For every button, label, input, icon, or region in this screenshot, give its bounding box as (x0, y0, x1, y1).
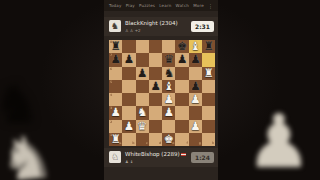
square-e7[interactable]: ♛ (162, 53, 175, 66)
player-country-flag-icon (181, 153, 186, 157)
white-bishop[interactable]: ♝ (162, 80, 175, 93)
nav-item-more[interactable]: More (193, 3, 204, 8)
video-frame: ♞ ♞ ♟ TodayPlayPuzzlesLearnWatchMore⋮ ♞ … (0, 0, 320, 180)
square-f4[interactable] (175, 93, 188, 106)
square-c2[interactable]: ♛ (136, 120, 149, 133)
square-g7[interactable]: ♟ (189, 53, 202, 66)
square-d8[interactable] (149, 40, 162, 53)
file-label-g: g (199, 142, 201, 145)
file-label-d: d (159, 142, 161, 145)
square-f6[interactable] (175, 67, 188, 80)
nav-item-puzzles[interactable]: Puzzles (139, 3, 155, 8)
square-b2[interactable]: ♟ (122, 120, 135, 133)
square-b6[interactable] (122, 67, 135, 80)
white-rook[interactable]: ♜ (202, 67, 215, 80)
square-a3[interactable]: 3♟ (109, 106, 122, 119)
square-c1[interactable]: c (136, 133, 149, 146)
black-rook[interactable]: ♜ (109, 40, 122, 53)
square-d5[interactable]: ♟ (149, 80, 162, 93)
square-a6[interactable]: 6 (109, 67, 122, 80)
white-pawn[interactable]: ♟ (162, 106, 175, 119)
square-h1[interactable]: h (202, 133, 215, 146)
square-b5[interactable] (122, 80, 135, 93)
square-a1[interactable]: 1a♜ (109, 133, 122, 146)
square-f5[interactable] (175, 80, 188, 93)
square-c6[interactable]: ♟ (136, 67, 149, 80)
square-h8[interactable]: ♜ (202, 40, 215, 53)
white-pawn[interactable]: ♟ (109, 106, 122, 119)
player-clock: 1:24 (191, 152, 214, 163)
square-h2[interactable] (202, 120, 215, 133)
black-pawn[interactable]: ♟ (189, 80, 202, 93)
opponent-clock: 2:31 (191, 21, 214, 32)
black-pawn[interactable]: ♟ (109, 53, 122, 66)
square-h4[interactable] (202, 93, 215, 106)
black-pawn[interactable]: ♟ (149, 80, 162, 93)
white-king[interactable]: ♚ (162, 133, 175, 146)
white-pawn[interactable]: ♟ (122, 120, 135, 133)
background-white-knight-icon: ♞ (0, 125, 57, 180)
white-rook[interactable]: ♜ (109, 133, 122, 146)
nav-item-play[interactable]: Play (126, 3, 135, 8)
white-pawn[interactable]: ♟ (189, 93, 202, 106)
opponent-player-bar: ♞ BlackKnight (2304) ♙ ♙ +2 2:31 (104, 17, 218, 36)
square-a2[interactable]: 2 (109, 120, 122, 133)
square-f7[interactable]: ♟ (175, 53, 188, 66)
nav-item-watch[interactable]: Watch (176, 3, 189, 8)
square-a7[interactable]: 7♟ (109, 53, 122, 66)
black-king[interactable]: ♚ (175, 40, 188, 53)
white-queen[interactable]: ♛ (136, 120, 149, 133)
nav-item-learn[interactable]: Learn (159, 3, 171, 8)
file-label-h: h (212, 142, 214, 145)
chess-app-window: TodayPlayPuzzlesLearnWatchMore⋮ ♞ BlackK… (104, 0, 218, 180)
white-pawn[interactable]: ♟ (189, 120, 202, 133)
square-e1[interactable]: e♚ (162, 133, 175, 146)
square-d7[interactable] (149, 53, 162, 66)
square-f8[interactable]: ♚ (175, 40, 188, 53)
square-g8[interactable]: ♝ (189, 40, 202, 53)
square-g3[interactable] (189, 106, 202, 119)
square-e6[interactable]: ♞ (162, 67, 175, 80)
black-pawn[interactable]: ♟ (175, 53, 188, 66)
square-b7[interactable]: ♟ (122, 53, 135, 66)
square-h5[interactable] (202, 80, 215, 93)
square-b3[interactable] (122, 106, 135, 119)
nav-overflow-icon[interactable]: ⋮ (208, 3, 213, 9)
rank-label-2: 2 (110, 121, 112, 124)
square-h7[interactable] (202, 53, 215, 66)
file-label-b: b (132, 142, 134, 145)
square-b8[interactable] (122, 40, 135, 53)
square-e3[interactable]: ♟ (162, 106, 175, 119)
square-h3[interactable] (202, 106, 215, 119)
square-a4[interactable]: 4 (109, 93, 122, 106)
white-bishop[interactable]: ♝ (189, 40, 202, 53)
opponent-avatar[interactable]: ♞ (109, 20, 121, 32)
player-captured-pieces: ♟ ♝ (125, 159, 133, 164)
square-a8[interactable]: 8♜ (109, 40, 122, 53)
square-f1[interactable]: f (175, 133, 188, 146)
square-b4[interactable] (122, 93, 135, 106)
square-g2[interactable]: ♟ (189, 120, 202, 133)
white-knight[interactable]: ♞ (136, 106, 149, 119)
square-f3[interactable] (175, 106, 188, 119)
black-rook[interactable]: ♜ (202, 40, 215, 53)
square-g1[interactable]: g (189, 133, 202, 146)
square-d1[interactable]: d (149, 133, 162, 146)
black-pawn[interactable]: ♟ (136, 67, 149, 80)
square-g5[interactable]: ♟ (189, 80, 202, 93)
player-name-text: WhiteBishop (2289) (125, 151, 180, 157)
square-e8[interactable] (162, 40, 175, 53)
square-b1[interactable]: b (122, 133, 135, 146)
black-pawn[interactable]: ♟ (189, 53, 202, 66)
rank-label-5: 5 (110, 81, 112, 84)
black-pawn[interactable]: ♟ (122, 53, 135, 66)
square-c8[interactable] (136, 40, 149, 53)
square-c7[interactable] (136, 53, 149, 66)
square-c4[interactable] (136, 93, 149, 106)
black-queen[interactable]: ♛ (162, 53, 175, 66)
square-c5[interactable] (136, 80, 149, 93)
file-label-f: f (186, 142, 187, 145)
rank-label-4: 4 (110, 94, 112, 97)
square-f2[interactable] (175, 120, 188, 133)
square-e5[interactable]: ♝ (162, 80, 175, 93)
square-d2[interactable] (149, 120, 162, 133)
player-name[interactable]: WhiteBishop (2289) (125, 151, 186, 157)
square-d3[interactable] (149, 106, 162, 119)
square-g6[interactable] (189, 67, 202, 80)
chess-board[interactable]: 8♜♚♝♜7♟♟♛♟♟6♟♞♜5♟♝♟4♟♟3♟♞♟2♟♛♟1a♜bcde♚fg… (109, 40, 215, 146)
top-nav-bar: TodayPlayPuzzlesLearnWatchMore⋮ (104, 0, 218, 11)
black-knight[interactable]: ♞ (162, 67, 175, 80)
player-avatar[interactable]: ♘ (109, 151, 121, 163)
square-d6[interactable] (149, 67, 162, 80)
square-e2[interactable] (162, 120, 175, 133)
square-g4[interactable]: ♟ (189, 93, 202, 106)
white-pawn[interactable]: ♟ (162, 93, 175, 106)
square-h6[interactable]: ♜ (202, 67, 215, 80)
file-label-c: c (146, 142, 148, 145)
nav-item-today[interactable]: Today (109, 3, 122, 8)
background-white-pawn-icon: ♟ (246, 104, 312, 178)
opponent-captured-pieces: ♙ ♙ +2 (125, 28, 141, 33)
player-bar: ♘ WhiteBishop (2289) ♟ ♝ 1:24 (104, 148, 218, 167)
opponent-name[interactable]: BlackKnight (2304) (125, 20, 178, 26)
square-a5[interactable]: 5 (109, 80, 122, 93)
rank-label-6: 6 (110, 68, 112, 71)
square-c3[interactable]: ♞ (136, 106, 149, 119)
square-e4[interactable]: ♟ (162, 93, 175, 106)
square-d4[interactable] (149, 93, 162, 106)
